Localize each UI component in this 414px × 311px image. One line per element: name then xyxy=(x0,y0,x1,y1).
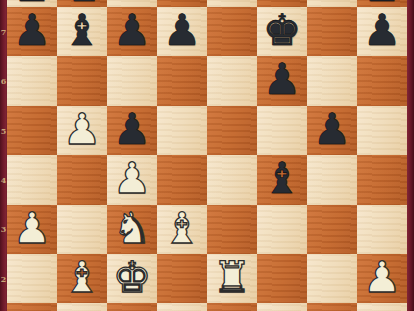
square-e1[interactable] xyxy=(207,303,257,311)
square-b4[interactable] xyxy=(57,155,107,204)
square-b6[interactable] xyxy=(57,56,107,105)
square-e3[interactable] xyxy=(207,205,257,254)
square-e7[interactable] xyxy=(207,7,257,56)
white-pawn-h2[interactable]: ♟ xyxy=(363,253,402,302)
rank-label-4: 4 xyxy=(0,176,7,184)
square-h2[interactable]: ♟ xyxy=(357,254,407,303)
square-b2[interactable]: ♝ xyxy=(57,254,107,303)
square-a1[interactable] xyxy=(7,303,57,311)
black-pawn-h7[interactable]: ♟ xyxy=(363,6,402,55)
black-bishop-b7[interactable]: ♝ xyxy=(63,6,102,55)
black-pawn-g5[interactable]: ♟ xyxy=(313,105,352,154)
rank-label-7: 7 xyxy=(0,28,7,36)
white-knight-c3[interactable]: ♞ xyxy=(113,204,152,253)
square-h4[interactable] xyxy=(357,155,407,204)
square-h3[interactable] xyxy=(357,205,407,254)
chess-board: ♜♞♜♟♝♟♟♚♟♟♟♟♟♟♝♟♞♝♝♚♜♟ xyxy=(7,0,407,311)
square-g2[interactable] xyxy=(307,254,357,303)
square-b1[interactable] xyxy=(57,303,107,311)
square-a5[interactable] xyxy=(7,106,57,155)
square-d7[interactable]: ♟ xyxy=(157,7,207,56)
black-pawn-a7[interactable]: ♟ xyxy=(13,6,52,55)
square-g1[interactable] xyxy=(307,303,357,311)
square-b7[interactable]: ♝ xyxy=(57,7,107,56)
white-pawn-a3[interactable]: ♟ xyxy=(13,204,52,253)
square-d3[interactable]: ♝ xyxy=(157,205,207,254)
square-h7[interactable]: ♟ xyxy=(357,7,407,56)
square-g8[interactable] xyxy=(307,0,357,7)
black-pawn-c7[interactable]: ♟ xyxy=(113,6,152,55)
rank-label-2: 2 xyxy=(0,275,7,283)
square-f7[interactable]: ♚ xyxy=(257,7,307,56)
square-d1[interactable] xyxy=(157,303,207,311)
square-f6[interactable]: ♟ xyxy=(257,56,307,105)
square-c1[interactable] xyxy=(107,303,157,311)
square-f3[interactable] xyxy=(257,205,307,254)
square-e4[interactable] xyxy=(207,155,257,204)
square-d2[interactable] xyxy=(157,254,207,303)
black-bishop-f4[interactable]: ♝ xyxy=(263,154,302,203)
square-f1[interactable] xyxy=(257,303,307,311)
square-a6[interactable] xyxy=(7,56,57,105)
square-g6[interactable] xyxy=(307,56,357,105)
square-e6[interactable] xyxy=(207,56,257,105)
square-g3[interactable] xyxy=(307,205,357,254)
black-king-f7[interactable]: ♚ xyxy=(263,6,302,55)
square-a3[interactable]: ♟ xyxy=(7,205,57,254)
square-c6[interactable] xyxy=(107,56,157,105)
white-bishop-d3[interactable]: ♝ xyxy=(163,204,202,253)
board-right-margin xyxy=(407,0,414,311)
square-h6[interactable] xyxy=(357,56,407,105)
square-h5[interactable] xyxy=(357,106,407,155)
square-e2[interactable]: ♜ xyxy=(207,254,257,303)
square-e5[interactable] xyxy=(207,106,257,155)
rank-label-6: 6 xyxy=(0,77,7,85)
square-d5[interactable] xyxy=(157,106,207,155)
board-left-margin xyxy=(0,0,7,311)
square-e8[interactable] xyxy=(207,0,257,7)
square-d6[interactable] xyxy=(157,56,207,105)
square-f2[interactable] xyxy=(257,254,307,303)
white-rook-e2[interactable]: ♜ xyxy=(213,253,252,302)
white-bishop-b2[interactable]: ♝ xyxy=(63,253,102,302)
black-pawn-f6[interactable]: ♟ xyxy=(263,55,302,104)
rank-label-3: 3 xyxy=(0,225,7,233)
black-pawn-d7[interactable]: ♟ xyxy=(163,6,202,55)
square-b5[interactable]: ♟ xyxy=(57,106,107,155)
square-c5[interactable]: ♟ xyxy=(107,106,157,155)
chess-board-screenshot: ♜♞♜♟♝♟♟♚♟♟♟♟♟♟♝♟♞♝♝♚♜♟ 765432 xyxy=(0,0,414,311)
square-f5[interactable] xyxy=(257,106,307,155)
square-g4[interactable] xyxy=(307,155,357,204)
square-a2[interactable] xyxy=(7,254,57,303)
square-h1[interactable] xyxy=(357,303,407,311)
square-d4[interactable] xyxy=(157,155,207,204)
square-g5[interactable]: ♟ xyxy=(307,106,357,155)
square-c4[interactable]: ♟ xyxy=(107,155,157,204)
white-king-c2[interactable]: ♚ xyxy=(113,253,152,302)
square-c7[interactable]: ♟ xyxy=(107,7,157,56)
square-c3[interactable]: ♞ xyxy=(107,205,157,254)
square-c2[interactable]: ♚ xyxy=(107,254,157,303)
square-f4[interactable]: ♝ xyxy=(257,155,307,204)
white-pawn-c4[interactable]: ♟ xyxy=(113,154,152,203)
square-a4[interactable] xyxy=(7,155,57,204)
square-a7[interactable]: ♟ xyxy=(7,7,57,56)
rank-label-5: 5 xyxy=(0,127,7,135)
white-pawn-b5[interactable]: ♟ xyxy=(63,105,102,154)
square-b3[interactable] xyxy=(57,205,107,254)
square-g7[interactable] xyxy=(307,7,357,56)
black-pawn-c5[interactable]: ♟ xyxy=(113,105,152,154)
